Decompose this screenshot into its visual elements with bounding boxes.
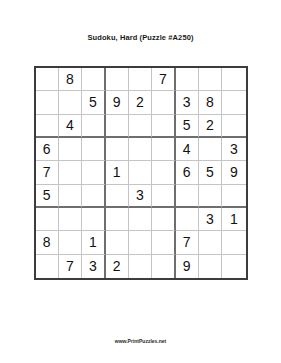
cell-r2c3: 5 <box>82 91 105 114</box>
cell-r7c2 <box>59 208 82 231</box>
cell-r5c9: 9 <box>222 161 245 184</box>
cell-r5c7: 6 <box>176 161 199 184</box>
cell-r8c7: 7 <box>176 231 199 254</box>
cell-r5c8: 5 <box>199 161 222 184</box>
cell-r6c7 <box>176 185 199 208</box>
cell-r4c7: 4 <box>176 138 199 161</box>
cell-r6c5: 3 <box>129 185 152 208</box>
cell-r1c4 <box>106 68 129 91</box>
cell-r5c3 <box>82 161 105 184</box>
footer-site-url: www.PrintPuzzles.net <box>0 338 281 344</box>
cell-r8c1: 8 <box>36 231 59 254</box>
cell-r6c8 <box>199 185 222 208</box>
cell-r3c6 <box>152 115 175 138</box>
cell-r1c9 <box>222 68 245 91</box>
cell-r8c3: 1 <box>82 231 105 254</box>
sudoku-board: 87592384526437165953318177329 <box>34 66 248 280</box>
cell-r8c4 <box>106 231 129 254</box>
cell-r2c4: 9 <box>106 91 129 114</box>
cell-r5c1: 7 <box>36 161 59 184</box>
cell-r7c8: 3 <box>199 208 222 231</box>
cell-r2c5: 2 <box>129 91 152 114</box>
page-title: Sudoku, Hard (Puzzle #A250) <box>0 33 281 42</box>
cell-r9c7: 9 <box>176 255 199 278</box>
cell-r9c6 <box>152 255 175 278</box>
cell-r6c1: 5 <box>36 185 59 208</box>
cell-r3c1 <box>36 115 59 138</box>
cell-r3c5 <box>129 115 152 138</box>
cell-r9c3: 3 <box>82 255 105 278</box>
cell-r6c6 <box>152 185 175 208</box>
cell-r7c5 <box>129 208 152 231</box>
cell-r3c9 <box>222 115 245 138</box>
cell-r7c3 <box>82 208 105 231</box>
cell-r9c9 <box>222 255 245 278</box>
cell-r6c2 <box>59 185 82 208</box>
cell-r2c7: 3 <box>176 91 199 114</box>
cell-r4c2 <box>59 138 82 161</box>
cell-r6c9 <box>222 185 245 208</box>
cell-r2c1 <box>36 91 59 114</box>
cell-r8c9 <box>222 231 245 254</box>
cell-r1c3 <box>82 68 105 91</box>
cell-r4c8 <box>199 138 222 161</box>
cell-r8c2 <box>59 231 82 254</box>
cell-r7c9: 1 <box>222 208 245 231</box>
cell-r9c1 <box>36 255 59 278</box>
cell-r1c7 <box>176 68 199 91</box>
cell-r5c5 <box>129 161 152 184</box>
cell-r2c8: 8 <box>199 91 222 114</box>
cell-r1c6: 7 <box>152 68 175 91</box>
cell-r1c5 <box>129 68 152 91</box>
cell-r8c8 <box>199 231 222 254</box>
cell-r2c2 <box>59 91 82 114</box>
cell-r7c7 <box>176 208 199 231</box>
cell-r7c4 <box>106 208 129 231</box>
cell-r1c8 <box>199 68 222 91</box>
cell-r9c2: 7 <box>59 255 82 278</box>
cell-r4c3 <box>82 138 105 161</box>
cell-r7c6 <box>152 208 175 231</box>
cell-r8c6 <box>152 231 175 254</box>
cell-r1c2: 8 <box>59 68 82 91</box>
cell-r5c4: 1 <box>106 161 129 184</box>
cell-r9c5 <box>129 255 152 278</box>
cell-r2c6 <box>152 91 175 114</box>
cell-r2c9 <box>222 91 245 114</box>
cell-r8c5 <box>129 231 152 254</box>
cell-r3c3 <box>82 115 105 138</box>
cell-r6c4 <box>106 185 129 208</box>
cell-r7c1 <box>36 208 59 231</box>
cell-r4c6 <box>152 138 175 161</box>
cell-r3c8: 2 <box>199 115 222 138</box>
cell-r4c4 <box>106 138 129 161</box>
cell-r5c2 <box>59 161 82 184</box>
cell-r4c9: 3 <box>222 138 245 161</box>
cell-r4c1: 6 <box>36 138 59 161</box>
cell-r9c4: 2 <box>106 255 129 278</box>
cell-r1c1 <box>36 68 59 91</box>
cell-r3c4 <box>106 115 129 138</box>
cell-r6c3 <box>82 185 105 208</box>
cell-r5c6 <box>152 161 175 184</box>
cell-r3c2: 4 <box>59 115 82 138</box>
cell-r9c8 <box>199 255 222 278</box>
cell-r4c5 <box>129 138 152 161</box>
cell-r3c7: 5 <box>176 115 199 138</box>
